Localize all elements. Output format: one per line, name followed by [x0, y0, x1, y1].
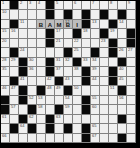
cell-r10c5[interactable]	[46, 96, 55, 105]
cell-r9c0[interactable]: 46	[1, 86, 10, 95]
clue-number: 46	[2, 86, 6, 90]
cell-r2c10[interactable]: 13	[91, 20, 100, 29]
cell-r8c4[interactable]	[37, 77, 46, 86]
cell-r9c5[interactable]: 48	[46, 86, 55, 95]
clue-number: 5	[56, 1, 58, 5]
cell-r2c13[interactable]: 14	[118, 20, 127, 29]
clue-number: 24	[20, 48, 24, 52]
clue-number: 56	[119, 96, 123, 100]
clue-number: 65	[92, 124, 96, 128]
cell-r9c9[interactable]	[82, 86, 91, 95]
cell-r10c12[interactable]	[109, 96, 118, 105]
clue-number: 33	[83, 58, 87, 62]
cell-r5c13[interactable]: 26	[118, 48, 127, 57]
cell-r14c6[interactable]	[55, 134, 64, 143]
cell-r2c7[interactable]: 12B	[64, 20, 73, 29]
cell-r11c5[interactable]	[46, 105, 55, 114]
cell-r3c10[interactable]	[91, 29, 100, 38]
cell-r9c11[interactable]	[100, 86, 109, 95]
black-cell-r8c9	[82, 77, 91, 86]
cell-r8c13[interactable]: 45	[118, 77, 127, 86]
cell-r9c6[interactable]: 49	[55, 86, 64, 95]
cell-r12c12[interactable]	[109, 115, 118, 124]
cell-r10c14[interactable]	[127, 96, 136, 105]
clue-number: 45	[119, 77, 123, 81]
cell-r10c6[interactable]	[55, 96, 64, 105]
clue-number: 60	[92, 105, 96, 109]
cell-r8c7[interactable]: 43	[64, 77, 73, 86]
clue-number: 15	[2, 29, 6, 33]
cell-r8c2[interactable]: 41	[19, 77, 28, 86]
black-cell-r4c5	[46, 39, 55, 48]
clue-number: 25	[74, 48, 78, 52]
black-cell-r13c5	[46, 124, 55, 133]
cell-r2c2[interactable]: 11	[19, 20, 28, 29]
cell-r4c9[interactable]	[82, 39, 91, 48]
cell-r2c4[interactable]: B	[37, 20, 46, 29]
clue-number: 66	[2, 134, 6, 138]
cell-r11c10[interactable]: 60	[91, 105, 100, 114]
cell-r2c14[interactable]	[127, 20, 136, 29]
cell-r4c6[interactable]: 21	[55, 39, 64, 48]
clue-number: 59	[65, 105, 69, 109]
cell-r12c0[interactable]: 61	[1, 115, 10, 124]
cell-r5c2[interactable]: 24	[19, 48, 28, 57]
clue-number: 51	[110, 86, 114, 90]
cell-r0c12[interactable]: 8	[109, 1, 118, 10]
cell-r14c2[interactable]	[19, 134, 28, 143]
cell-r4c0[interactable]: 20	[1, 39, 10, 48]
black-cell-r13c1	[10, 124, 19, 133]
black-cell-r3c14	[127, 29, 136, 38]
cell-r4c11[interactable]: 23	[100, 39, 109, 48]
cell-r3c3[interactable]	[28, 29, 37, 38]
cell-r0c11[interactable]	[100, 1, 109, 10]
clue-number: 48	[47, 86, 51, 90]
clue-number: 11	[20, 20, 24, 24]
cell-r1c3[interactable]	[28, 10, 37, 19]
cell-r14c1[interactable]	[10, 134, 19, 143]
clue-number: 9	[128, 1, 130, 5]
black-cell-r12c13	[118, 115, 127, 124]
cell-r14c7[interactable]	[64, 134, 73, 143]
cell-r3c7[interactable]	[64, 29, 73, 38]
clue-number: 40	[119, 67, 123, 71]
cell-r8c11[interactable]	[100, 77, 109, 86]
cell-r5c4[interactable]	[37, 48, 46, 57]
clue-number: 1	[2, 1, 4, 5]
clue-number: 7	[92, 1, 94, 5]
cell-r2c5[interactable]: A	[46, 20, 55, 29]
cell-r12c8[interactable]	[73, 115, 82, 124]
cell-r5c8[interactable]: 25	[73, 48, 82, 57]
cell-r12c3[interactable]: 62	[28, 115, 37, 124]
clue-number: 35	[2, 67, 6, 71]
cell-letter: A	[48, 22, 52, 28]
cell-r1c14[interactable]	[127, 10, 136, 19]
clue-number: 57	[11, 105, 15, 109]
black-cell-r1c9	[82, 10, 91, 19]
black-cell-r9c2	[19, 86, 28, 95]
cell-r4c7[interactable]	[64, 39, 73, 48]
clue-number: 12	[65, 20, 69, 24]
cell-r7c6[interactable]: 37	[55, 67, 64, 76]
cell-r10c13[interactable]: 56	[118, 96, 127, 105]
clue-number: 23	[101, 39, 105, 43]
clue-number: 6	[74, 1, 76, 5]
black-cell-r7c12	[109, 67, 118, 76]
black-cell-r10c2	[19, 96, 28, 105]
cell-r14c10[interactable]: 67	[91, 134, 100, 143]
black-cell-r4c12	[109, 39, 118, 48]
cell-r6c11[interactable]	[100, 58, 109, 67]
clue-number: 49	[56, 86, 60, 90]
black-cell-r14c13	[118, 134, 127, 143]
clue-number: 18	[83, 29, 87, 33]
cell-r3c1[interactable]: 16	[10, 29, 19, 38]
clue-number: 50	[74, 86, 78, 90]
cell-r3c12[interactable]: 19	[109, 29, 118, 38]
cell-r12c4[interactable]	[37, 115, 46, 124]
black-cell-r11c9	[82, 105, 91, 114]
clue-number: 61	[2, 115, 6, 119]
clue-number: 2	[20, 1, 22, 5]
clue-number: 26	[119, 48, 123, 52]
clue-number: 44	[92, 77, 96, 81]
cell-r13c6[interactable]	[55, 124, 64, 133]
cell-r11c8[interactable]	[73, 105, 82, 114]
cell-r5c11[interactable]	[100, 48, 109, 57]
black-cell-r14c9	[82, 134, 91, 143]
cell-r9c8[interactable]: 50	[73, 86, 82, 95]
black-cell-r3c5	[46, 29, 55, 38]
clue-number: 22	[74, 39, 78, 43]
clue-number: 55	[92, 96, 96, 100]
cell-r11c1[interactable]: 57	[10, 105, 19, 114]
cell-r1c12[interactable]	[109, 10, 118, 19]
cell-r7c14[interactable]	[127, 67, 136, 76]
cell-r7c4[interactable]	[37, 67, 46, 76]
black-cell-r6c5	[46, 58, 55, 67]
cell-r14c12[interactable]	[109, 134, 118, 143]
cell-r3c9[interactable]: 18	[82, 29, 91, 38]
cell-r1c0[interactable]: 10	[1, 10, 10, 19]
cell-r2c8[interactable]: I	[73, 20, 82, 29]
black-cell-r13c3	[28, 124, 37, 133]
clue-number: 63	[56, 115, 60, 119]
black-cell-r12c5	[46, 115, 55, 124]
cell-r13c2[interactable]: 64	[19, 124, 28, 133]
cell-r11c12[interactable]	[109, 105, 118, 114]
black-cell-r10c0	[1, 96, 10, 105]
clue-number: 54	[65, 96, 69, 100]
cell-r13c11[interactable]	[100, 124, 109, 133]
cell-r11c2[interactable]	[19, 105, 28, 114]
clue-number: 38	[74, 67, 78, 71]
clue-number: 14	[119, 20, 123, 24]
cell-r3c2[interactable]	[19, 29, 28, 38]
cell-r6c1[interactable]: 29	[10, 58, 19, 67]
cell-letter: M	[57, 22, 62, 28]
cell-r14c8[interactable]	[73, 134, 82, 143]
cell-r0c10[interactable]: 7	[91, 1, 100, 10]
cell-r0c7[interactable]	[64, 1, 73, 10]
cell-r11c11[interactable]	[100, 105, 109, 114]
cell-r9c1[interactable]: 47	[10, 86, 19, 95]
cell-r7c1[interactable]	[10, 67, 19, 76]
black-cell-r10c9	[82, 96, 91, 105]
cell-r13c8[interactable]	[73, 124, 82, 133]
clue-number: 30	[29, 58, 33, 62]
black-cell-r0c1	[10, 1, 19, 10]
black-cell-r13c7	[64, 124, 73, 133]
cell-r6c9[interactable]: 33	[82, 58, 91, 67]
clue-number: 41	[20, 77, 24, 81]
cell-r13c12[interactable]	[109, 124, 118, 133]
clue-number: 52	[29, 96, 33, 100]
cell-r14c5[interactable]	[46, 134, 55, 143]
clue-number: 42	[47, 77, 51, 81]
cell-r11c14[interactable]	[127, 105, 136, 114]
cell-r12c7[interactable]	[64, 115, 73, 124]
cell-r11c4[interactable]: 58	[37, 105, 46, 114]
cell-r5c5[interactable]	[46, 48, 55, 57]
clue-number: 8	[110, 1, 112, 5]
cell-r7c11[interactable]	[100, 67, 109, 76]
clue-number: 19	[110, 29, 114, 33]
black-cell-r13c9	[82, 124, 91, 133]
black-cell-r0c5	[46, 1, 55, 10]
clue-number: 28	[2, 58, 6, 62]
cell-r10c11[interactable]	[100, 96, 109, 105]
black-cell-r5c12	[109, 48, 118, 57]
clue-number: 53	[38, 96, 42, 100]
cell-r4c1[interactable]	[10, 39, 19, 48]
cell-letter: I	[76, 22, 78, 28]
cell-r0c14[interactable]: 9	[127, 1, 136, 10]
cell-r14c3[interactable]	[28, 134, 37, 143]
clue-number: 62	[29, 115, 33, 119]
clue-number: 20	[2, 39, 6, 43]
cell-letter: B	[39, 22, 43, 28]
clue-number: 10	[2, 10, 6, 14]
clue-number: 58	[38, 105, 42, 109]
clue-number: 37	[56, 67, 60, 71]
clue-number: 32	[65, 58, 69, 62]
cell-r4c3[interactable]	[28, 39, 37, 48]
cell-r11c7[interactable]: 59	[64, 105, 73, 114]
clue-number: 67	[92, 134, 96, 138]
cell-r6c4[interactable]	[37, 58, 46, 67]
cell-r6c12[interactable]	[109, 58, 118, 67]
clue-number: 64	[20, 124, 24, 128]
black-cell-r1c5	[46, 10, 55, 19]
cell-r13c14[interactable]	[127, 124, 136, 133]
clue-number: 21	[56, 39, 60, 43]
cell-r0c3[interactable]: 3	[28, 1, 37, 10]
cell-r0c6[interactable]: 5	[55, 1, 64, 10]
cell-r3c4[interactable]	[37, 29, 46, 38]
cell-r9c14[interactable]	[127, 86, 136, 95]
cell-r12c14[interactable]	[127, 115, 136, 124]
cell-r4c10[interactable]	[91, 39, 100, 48]
clue-number: 4	[38, 1, 40, 5]
cell-r0c13[interactable]	[118, 1, 127, 10]
clue-number: 29	[11, 58, 15, 62]
cell-r7c3[interactable]: 36	[28, 67, 37, 76]
cell-r8c14[interactable]	[127, 77, 136, 86]
cell-r1c6[interactable]	[55, 10, 64, 19]
cell-r1c4[interactable]	[37, 10, 46, 19]
cell-r12c1[interactable]	[10, 115, 19, 124]
clue-number: 16	[11, 29, 15, 33]
cell-r10c8[interactable]	[73, 96, 82, 105]
cell-r2c11[interactable]	[100, 20, 109, 29]
cell-r7c8[interactable]: 38	[73, 67, 82, 76]
cell-r12c9[interactable]	[82, 115, 91, 124]
cell-r4c4[interactable]	[37, 39, 46, 48]
cell-r13c13[interactable]	[118, 124, 127, 133]
cell-r6c14[interactable]	[127, 58, 136, 67]
cell-r6c7[interactable]: 32	[64, 58, 73, 67]
cell-r14c11[interactable]	[100, 134, 109, 143]
cell-r0c8[interactable]: 6	[73, 1, 82, 10]
cell-r8c10[interactable]: 44	[91, 77, 100, 86]
clue-number: 17	[56, 29, 60, 33]
cell-r10c3[interactable]: 52	[28, 96, 37, 105]
cell-r11c13[interactable]	[118, 105, 127, 114]
cell-r0c4[interactable]: 4	[37, 1, 46, 10]
clue-number: 47	[11, 86, 15, 90]
clue-number: 31	[56, 58, 60, 62]
black-cell-r1c11	[100, 10, 109, 19]
cell-r1c8[interactable]	[73, 10, 82, 19]
cell-r8c3[interactable]	[28, 77, 37, 86]
cell-r0c9[interactable]	[82, 1, 91, 10]
clue-number: 36	[29, 67, 33, 71]
clue-number: 13	[92, 20, 96, 24]
cell-r7c0[interactable]: 35	[1, 67, 10, 76]
crossword-board: 1234567891011BAM12BI13141516171819202122…	[0, 0, 140, 148]
clue-number: 27	[128, 48, 132, 52]
cell-r14c0[interactable]: 66	[1, 134, 10, 143]
cell-r14c14[interactable]	[127, 134, 136, 143]
cell-r14c4[interactable]	[37, 134, 46, 143]
cell-r13c4[interactable]	[37, 124, 46, 133]
clue-number: 43	[65, 77, 69, 81]
cell-r0c2[interactable]: 2	[19, 1, 28, 10]
black-cell-r6c2	[19, 58, 28, 67]
cell-r12c11[interactable]	[100, 115, 109, 124]
black-cell-r7c9	[82, 67, 91, 76]
clue-number: 34	[92, 58, 96, 62]
cell-r1c1[interactable]	[10, 10, 19, 19]
clue-number: 3	[29, 1, 31, 5]
clue-number: 39	[92, 67, 96, 71]
cell-r5c14[interactable]: 27	[127, 48, 136, 57]
cell-r2c3[interactable]	[28, 20, 37, 29]
cell-r9c12[interactable]: 51	[109, 86, 118, 95]
cell-r12c6[interactable]: 63	[55, 115, 64, 124]
cell-r3c13[interactable]	[118, 29, 127, 38]
